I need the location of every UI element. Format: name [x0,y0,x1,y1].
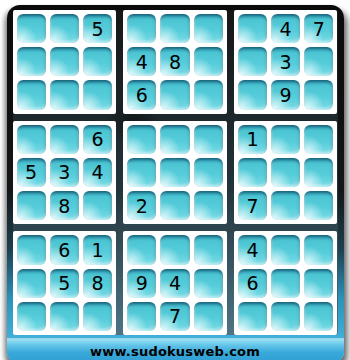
box-4: 65348 [13,121,117,225]
cell-r1c6[interactable] [194,14,223,43]
cell-r7c6[interactable] [194,235,223,264]
cell-r3c2[interactable] [50,80,79,109]
cell-r6c9[interactable] [304,191,333,220]
cell-r4c5[interactable] [160,125,189,154]
cell-r2c6[interactable] [194,47,223,76]
cell-r2c1[interactable] [17,47,46,76]
cell-r5c2[interactable]: 3 [50,158,79,187]
box-2: 486 [123,10,227,114]
cell-r6c5[interactable] [160,191,189,220]
cell-r3c3[interactable] [83,80,112,109]
cell-r7c5[interactable] [160,235,189,264]
cell-r9c9[interactable] [304,302,333,331]
footer-bar: www.sudokusweb.com [7,338,344,360]
cell-r3c8[interactable]: 9 [271,80,300,109]
cell-r9c4[interactable] [127,302,156,331]
cell-r4c1[interactable] [17,125,46,154]
cell-r8c7[interactable]: 6 [238,269,267,298]
cell-r4c6[interactable] [194,125,223,154]
cell-r6c1[interactable] [17,191,46,220]
cell-r8c4[interactable]: 9 [127,269,156,298]
box-9: 46 [234,231,338,335]
cell-r5c3[interactable]: 4 [83,158,112,187]
cell-r3c5[interactable] [160,80,189,109]
cell-r1c9[interactable]: 7 [304,14,333,43]
cell-r9c1[interactable] [17,302,46,331]
cell-r1c5[interactable] [160,14,189,43]
cell-r2c3[interactable] [83,47,112,76]
cell-r4c9[interactable] [304,125,333,154]
box-8: 947 [123,231,227,335]
cell-r8c9[interactable] [304,269,333,298]
cell-r9c5[interactable]: 7 [160,302,189,331]
cell-r8c2[interactable]: 5 [50,269,79,298]
cell-r1c1[interactable] [17,14,46,43]
cell-r6c4[interactable]: 2 [127,191,156,220]
cell-r7c1[interactable] [17,235,46,264]
cell-r2c5[interactable]: 8 [160,47,189,76]
cell-r7c3[interactable]: 1 [83,235,112,264]
cell-r5c7[interactable] [238,158,267,187]
cell-r9c3[interactable] [83,302,112,331]
cell-r8c3[interactable]: 8 [83,269,112,298]
cell-r1c8[interactable]: 4 [271,14,300,43]
cell-r6c8[interactable] [271,191,300,220]
cell-r5c8[interactable] [271,158,300,187]
cell-r9c6[interactable] [194,302,223,331]
box-6: 17 [234,121,338,225]
cell-r6c2[interactable]: 8 [50,191,79,220]
page: 5486473965348217615894746 www.sudokusweb… [0,0,350,360]
sudoku-grid: 5486473965348217615894746 [13,10,338,335]
cell-r7c4[interactable] [127,235,156,264]
box-3: 4739 [234,10,338,114]
box-7: 6158 [13,231,117,335]
cell-r5c1[interactable]: 5 [17,158,46,187]
cell-r1c7[interactable] [238,14,267,43]
box-5: 2 [123,121,227,225]
cell-r1c4[interactable] [127,14,156,43]
cell-r3c6[interactable] [194,80,223,109]
cell-r3c9[interactable] [304,80,333,109]
cell-r5c5[interactable] [160,158,189,187]
cell-r7c7[interactable]: 4 [238,235,267,264]
cell-r8c8[interactable] [271,269,300,298]
cell-r5c9[interactable] [304,158,333,187]
cell-r8c6[interactable] [194,269,223,298]
box-1: 5 [13,10,117,114]
cell-r5c6[interactable] [194,158,223,187]
cell-r2c9[interactable] [304,47,333,76]
cell-r6c7[interactable]: 7 [238,191,267,220]
cell-r9c2[interactable] [50,302,79,331]
cell-r2c4[interactable]: 4 [127,47,156,76]
cell-r9c8[interactable] [271,302,300,331]
cell-r4c3[interactable]: 6 [83,125,112,154]
cell-r2c2[interactable] [50,47,79,76]
cell-r7c2[interactable]: 6 [50,235,79,264]
cell-r8c1[interactable] [17,269,46,298]
website-url[interactable]: www.sudokusweb.com [90,344,260,359]
cell-r3c1[interactable] [17,80,46,109]
cell-r1c3[interactable]: 5 [83,14,112,43]
cell-r4c4[interactable] [127,125,156,154]
cell-r8c5[interactable]: 4 [160,269,189,298]
cell-r4c7[interactable]: 1 [238,125,267,154]
cell-r3c4[interactable]: 6 [127,80,156,109]
cell-r1c2[interactable] [50,14,79,43]
cell-r7c8[interactable] [271,235,300,264]
cell-r6c6[interactable] [194,191,223,220]
cell-r6c3[interactable] [83,191,112,220]
cell-r2c7[interactable] [238,47,267,76]
cell-r5c4[interactable] [127,158,156,187]
cell-r2c8[interactable]: 3 [271,47,300,76]
cell-r4c8[interactable] [271,125,300,154]
sudoku-board: 5486473965348217615894746 www.sudokusweb… [7,5,344,360]
cell-r7c9[interactable] [304,235,333,264]
cell-r3c7[interactable] [238,80,267,109]
cell-r9c7[interactable] [238,302,267,331]
cell-r4c2[interactable] [50,125,79,154]
